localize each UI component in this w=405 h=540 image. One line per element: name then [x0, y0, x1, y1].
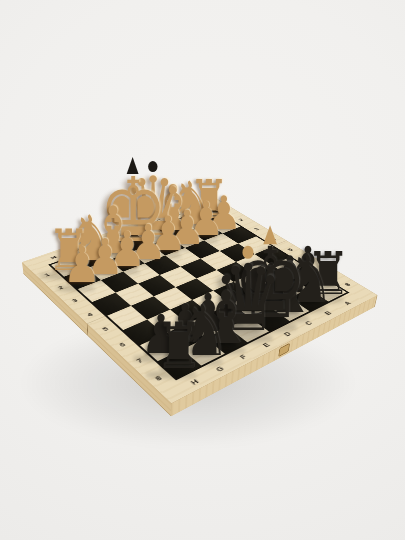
coordinate-label-C: C [298, 317, 317, 328]
board-surface: 11AA22BB33CC44DD55EE66FF77GG88HH [22, 196, 377, 403]
coordinate-label-A: A [338, 297, 356, 307]
box-latch [278, 343, 290, 357]
coordinate-label-5: 5 [96, 323, 115, 335]
folding-chess-box: 11AA22BB33CC44DD55EE66FF77GG88HH [24, 207, 375, 416]
coordinate-label-6: 6 [112, 338, 131, 350]
coordinate-label-G: G [209, 362, 229, 375]
coordinate-label-F: F [233, 350, 253, 363]
coordinate-label-8: 8 [148, 370, 169, 384]
coordinate-label-D: D [278, 327, 297, 339]
coordinate-label-3: 3 [66, 295, 84, 305]
coordinate-label-E: E [256, 338, 275, 350]
board-grid [48, 207, 349, 380]
chess-set-photo: 11AA22BB33CC44DD55EE66FF77GG88HH ♜♞♝♛♚♝♞… [0, 0, 405, 540]
coordinate-label-4: 4 [81, 308, 99, 319]
coordinate-label-2: 2 [52, 282, 69, 292]
camera-tilt-wrapper: 11AA22BB33CC44DD55EE66FF77GG88HH [0, 0, 405, 540]
coordinate-label-1: 1 [39, 270, 56, 279]
coordinate-label-B: B [318, 307, 336, 318]
coordinate-label-7: 7 [130, 354, 150, 367]
